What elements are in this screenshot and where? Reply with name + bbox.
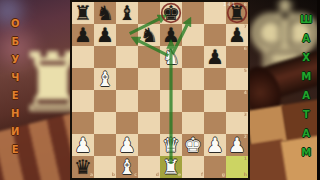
file-label: a: [90, 173, 93, 178]
square-f4[interactable]: [182, 90, 204, 112]
square-e4[interactable]: [160, 90, 182, 112]
square-a8[interactable]: ♜: [72, 2, 94, 24]
rank-label: 7: [244, 25, 247, 30]
rank-label: 3: [244, 113, 247, 118]
square-d5[interactable]: [138, 68, 160, 90]
black-knight-d7[interactable]: ♞: [138, 24, 160, 46]
white-bishop-b5[interactable]: ♝: [94, 68, 116, 90]
channel-title-letter: Т: [303, 105, 310, 124]
chess-board[interactable]: ♜♞♝♚8♜♟♟♞♟7♟♞♟6♝543♟♟♛♚♟2♟a♛bc♝de♜fg1h: [72, 2, 248, 178]
square-a7[interactable]: ♟: [72, 24, 94, 46]
channel-title-letter: О: [11, 15, 20, 33]
square-e2[interactable]: ♛: [160, 134, 182, 156]
black-king-e8[interactable]: ♚: [160, 2, 182, 24]
black-knight-b8[interactable]: ♞: [94, 2, 116, 24]
square-b7[interactable]: ♟: [94, 24, 116, 46]
square-g4[interactable]: [204, 90, 226, 112]
square-f3[interactable]: [182, 112, 204, 134]
square-b8[interactable]: ♞: [94, 2, 116, 24]
square-d7[interactable]: ♞: [138, 24, 160, 46]
square-f5[interactable]: [182, 68, 204, 90]
square-c4[interactable]: [116, 90, 138, 112]
square-g1[interactable]: g: [204, 156, 226, 178]
square-g3[interactable]: [204, 112, 226, 134]
square-g5[interactable]: [204, 68, 226, 90]
white-pawn-c2[interactable]: ♟: [116, 134, 138, 156]
rank-label: 1: [244, 157, 247, 162]
rank-label: 6: [244, 47, 247, 52]
square-c5[interactable]: [116, 68, 138, 90]
square-e6[interactable]: ♞: [160, 46, 182, 68]
rank-label: 2: [244, 135, 247, 140]
rank-label: 5: [244, 69, 247, 74]
white-king-f2[interactable]: ♚: [182, 134, 204, 156]
video-frame: ♜ ♚ ОБУЧЕНИЕ ШАХМАТАМ ♜♞♝♚8♜♟♟♞♟7♟♞♟6♝54…: [0, 0, 320, 180]
square-b6[interactable]: [94, 46, 116, 68]
square-e5[interactable]: [160, 68, 182, 90]
square-g7[interactable]: [204, 24, 226, 46]
square-b4[interactable]: [94, 90, 116, 112]
square-c6[interactable]: [116, 46, 138, 68]
file-label: c: [134, 173, 137, 178]
channel-title-letter: А: [302, 86, 310, 105]
black-pawn-g6[interactable]: ♟: [204, 46, 226, 68]
channel-title-letter: Ч: [11, 69, 19, 87]
square-f8[interactable]: [182, 2, 204, 24]
square-c1[interactable]: c♝: [116, 156, 138, 178]
channel-title-letter: М: [301, 143, 311, 162]
channel-title-letter: М: [301, 67, 311, 86]
square-h4[interactable]: 4: [226, 90, 248, 112]
square-h1[interactable]: 1h: [226, 156, 248, 178]
square-g6[interactable]: ♟: [204, 46, 226, 68]
square-c3[interactable]: [116, 112, 138, 134]
file-label: e: [178, 173, 181, 178]
channel-title-letter: Е: [12, 141, 19, 159]
square-a3[interactable]: [72, 112, 94, 134]
channel-title-letter: И: [11, 123, 19, 141]
channel-title-letter: Е: [12, 87, 19, 105]
square-d1[interactable]: d: [138, 156, 160, 178]
square-c2[interactable]: ♟: [116, 134, 138, 156]
square-e7[interactable]: ♟: [160, 24, 182, 46]
file-label: g: [222, 173, 225, 178]
square-a1[interactable]: a♛: [72, 156, 94, 178]
square-e8[interactable]: ♚: [160, 2, 182, 24]
black-pawn-b7[interactable]: ♟: [94, 24, 116, 46]
square-h6[interactable]: 6: [226, 46, 248, 68]
square-h3[interactable]: 3: [226, 112, 248, 134]
channel-title-letter: У: [11, 51, 19, 69]
white-pawn-a2[interactable]: ♟: [72, 134, 94, 156]
square-b3[interactable]: [94, 112, 116, 134]
square-a2[interactable]: ♟: [72, 134, 94, 156]
file-label: h: [244, 173, 247, 178]
square-d3[interactable]: [138, 112, 160, 134]
channel-title-letter: А: [302, 124, 310, 143]
square-f1[interactable]: f: [182, 156, 204, 178]
black-rook-a8[interactable]: ♜: [72, 2, 94, 24]
square-b5[interactable]: ♝: [94, 68, 116, 90]
file-label: b: [112, 173, 115, 178]
square-a4[interactable]: [72, 90, 94, 112]
white-pawn-g2[interactable]: ♟: [204, 134, 226, 156]
channel-title-letter: Б: [11, 33, 19, 51]
square-h5[interactable]: 5: [226, 68, 248, 90]
rank-label: 8: [244, 3, 247, 8]
channel-title-letter: А: [302, 29, 310, 48]
square-e1[interactable]: e♜: [160, 156, 182, 178]
file-label: d: [156, 173, 159, 178]
clock-text: 141: [223, 1, 237, 7]
file-label: f: [201, 173, 203, 178]
rank-label: 4: [244, 91, 247, 96]
square-g2[interactable]: ♟: [204, 134, 226, 156]
photo-rook-piece: ♜: [16, 42, 72, 124]
square-e3[interactable]: [160, 112, 182, 134]
square-f7[interactable]: [182, 24, 204, 46]
square-f6[interactable]: [182, 46, 204, 68]
square-a6[interactable]: [72, 46, 94, 68]
square-b1[interactable]: b: [94, 156, 116, 178]
square-c8[interactable]: ♝: [116, 2, 138, 24]
square-d6[interactable]: [138, 46, 160, 68]
square-d2[interactable]: [138, 134, 160, 156]
channel-title-letter: Н: [11, 105, 19, 123]
white-knight-e6[interactable]: ♞: [160, 46, 182, 68]
square-h7[interactable]: 7♟: [226, 24, 248, 46]
square-h2[interactable]: 2♟: [226, 134, 248, 156]
square-d4[interactable]: [138, 90, 160, 112]
black-pawn-e7[interactable]: ♟: [160, 24, 182, 46]
square-b2[interactable]: [94, 134, 116, 156]
channel-title-right: ШАХМАТАМ: [300, 10, 312, 162]
square-a5[interactable]: [72, 68, 94, 90]
black-pawn-a7[interactable]: ♟: [72, 24, 94, 46]
square-c7[interactable]: [116, 24, 138, 46]
chess-board-frame: ♜♞♝♚8♜♟♟♞♟7♟♞♟6♝543♟♟♛♚♟2♟a♛bc♝de♜fg1h 1…: [70, 0, 250, 180]
channel-title-letter: Х: [302, 48, 310, 67]
channel-title-letter: Ш: [300, 10, 312, 29]
square-f2[interactable]: ♚: [182, 134, 204, 156]
square-d8[interactable]: [138, 2, 160, 24]
black-bishop-c8[interactable]: ♝: [116, 2, 138, 24]
channel-title-left: ОБУЧЕНИЕ: [11, 15, 20, 159]
white-queen-e2[interactable]: ♛: [160, 134, 182, 156]
